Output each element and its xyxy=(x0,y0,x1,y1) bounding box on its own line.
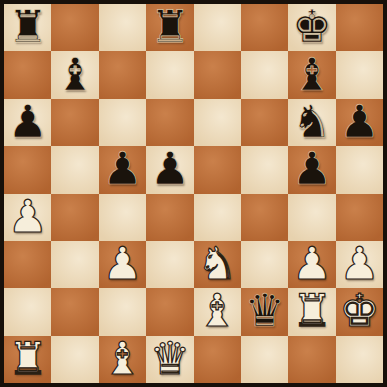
square-g1[interactable] xyxy=(288,336,335,383)
square-g7[interactable]: ♝ xyxy=(288,51,335,98)
black-rook: ♜ xyxy=(150,4,190,49)
square-b2[interactable] xyxy=(51,288,98,335)
white-rook: ♜ xyxy=(8,336,48,381)
square-f1[interactable] xyxy=(241,336,288,383)
black-queen: ♛ xyxy=(244,288,284,333)
square-d2[interactable] xyxy=(146,288,193,335)
square-g3[interactable]: ♟ xyxy=(288,241,335,288)
square-a8[interactable]: ♜ xyxy=(4,4,51,51)
square-d8[interactable]: ♜ xyxy=(146,4,193,51)
white-queen: ♛ xyxy=(150,336,190,381)
white-rook: ♜ xyxy=(292,288,332,333)
square-d4[interactable] xyxy=(146,194,193,241)
black-knight: ♞ xyxy=(292,99,332,144)
square-a7[interactable] xyxy=(4,51,51,98)
square-h7[interactable] xyxy=(336,51,383,98)
chess-board: ♜♜♚♝♝♟♞♟♟♟♟♟♟♞♟♟♝♛♜♚♜♝♛ xyxy=(4,4,383,383)
square-a6[interactable]: ♟ xyxy=(4,99,51,146)
black-pawn: ♟ xyxy=(150,146,190,191)
white-pawn: ♟ xyxy=(292,241,332,286)
square-h5[interactable] xyxy=(336,146,383,193)
white-knight: ♞ xyxy=(197,241,237,286)
square-g8[interactable]: ♚ xyxy=(288,4,335,51)
square-g5[interactable]: ♟ xyxy=(288,146,335,193)
square-g4[interactable] xyxy=(288,194,335,241)
square-b1[interactable] xyxy=(51,336,98,383)
square-f6[interactable] xyxy=(241,99,288,146)
square-b5[interactable] xyxy=(51,146,98,193)
square-e1[interactable] xyxy=(194,336,241,383)
chess-board-frame: ♜♜♚♝♝♟♞♟♟♟♟♟♟♞♟♟♝♛♜♚♜♝♛ xyxy=(0,0,387,387)
square-b3[interactable] xyxy=(51,241,98,288)
square-d7[interactable] xyxy=(146,51,193,98)
square-f5[interactable] xyxy=(241,146,288,193)
square-f4[interactable] xyxy=(241,194,288,241)
square-b8[interactable] xyxy=(51,4,98,51)
square-c8[interactable] xyxy=(99,4,146,51)
square-f3[interactable] xyxy=(241,241,288,288)
square-c7[interactable] xyxy=(99,51,146,98)
white-pawn: ♟ xyxy=(339,241,379,286)
black-pawn: ♟ xyxy=(8,99,48,144)
square-e8[interactable] xyxy=(194,4,241,51)
square-g6[interactable]: ♞ xyxy=(288,99,335,146)
square-a4[interactable]: ♟ xyxy=(4,194,51,241)
square-c5[interactable]: ♟ xyxy=(99,146,146,193)
black-rook: ♜ xyxy=(8,4,48,49)
black-pawn: ♟ xyxy=(102,146,142,191)
square-h3[interactable]: ♟ xyxy=(336,241,383,288)
square-a1[interactable]: ♜ xyxy=(4,336,51,383)
square-h8[interactable] xyxy=(336,4,383,51)
square-b4[interactable] xyxy=(51,194,98,241)
square-f7[interactable] xyxy=(241,51,288,98)
square-e5[interactable] xyxy=(194,146,241,193)
square-f8[interactable] xyxy=(241,4,288,51)
square-d1[interactable]: ♛ xyxy=(146,336,193,383)
square-h4[interactable] xyxy=(336,194,383,241)
black-bishop: ♝ xyxy=(292,52,332,97)
square-c2[interactable] xyxy=(99,288,146,335)
square-e2[interactable]: ♝ xyxy=(194,288,241,335)
white-bishop: ♝ xyxy=(197,288,237,333)
square-c6[interactable] xyxy=(99,99,146,146)
square-f2[interactable]: ♛ xyxy=(241,288,288,335)
square-g2[interactable]: ♜ xyxy=(288,288,335,335)
square-d5[interactable]: ♟ xyxy=(146,146,193,193)
white-king: ♚ xyxy=(339,288,379,333)
square-c4[interactable] xyxy=(99,194,146,241)
square-h1[interactable] xyxy=(336,336,383,383)
black-pawn: ♟ xyxy=(292,146,332,191)
square-h6[interactable]: ♟ xyxy=(336,99,383,146)
square-e6[interactable] xyxy=(194,99,241,146)
square-e7[interactable] xyxy=(194,51,241,98)
square-a2[interactable] xyxy=(4,288,51,335)
square-b7[interactable]: ♝ xyxy=(51,51,98,98)
black-king: ♚ xyxy=(292,4,332,49)
white-pawn: ♟ xyxy=(8,194,48,239)
white-bishop: ♝ xyxy=(102,336,142,381)
black-bishop: ♝ xyxy=(55,52,95,97)
black-pawn: ♟ xyxy=(339,99,379,144)
square-a5[interactable] xyxy=(4,146,51,193)
square-b6[interactable] xyxy=(51,99,98,146)
square-e4[interactable] xyxy=(194,194,241,241)
square-a3[interactable] xyxy=(4,241,51,288)
square-d3[interactable] xyxy=(146,241,193,288)
square-c3[interactable]: ♟ xyxy=(99,241,146,288)
white-pawn: ♟ xyxy=(102,241,142,286)
square-c1[interactable]: ♝ xyxy=(99,336,146,383)
square-h2[interactable]: ♚ xyxy=(336,288,383,335)
square-e3[interactable]: ♞ xyxy=(194,241,241,288)
square-d6[interactable] xyxy=(146,99,193,146)
